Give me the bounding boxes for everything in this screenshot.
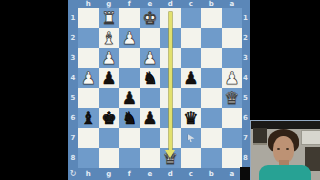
- file-label-d: d: [160, 0, 181, 8]
- white-rook-g1[interactable]: ♜: [99, 8, 120, 28]
- person-face: [273, 136, 294, 163]
- black-king-g6[interactable]: ♚: [99, 108, 120, 128]
- chess-board-block: hgfedcba 12345678 12345678 hgfedcba ↻ ♛♛…: [68, 0, 250, 180]
- square-e7[interactable]: [140, 128, 161, 148]
- file-label-h: h: [78, 168, 99, 180]
- rank-label-2: 2: [68, 28, 78, 48]
- square-h7[interactable]: [78, 128, 99, 148]
- square-h1[interactable]: [78, 8, 99, 28]
- square-b5[interactable]: [201, 88, 222, 108]
- board-corner-patch: [240, 167, 250, 180]
- square-g8[interactable]: [99, 148, 120, 168]
- file-label-f: f: [119, 0, 140, 8]
- square-c3[interactable]: [181, 48, 202, 68]
- square-e2[interactable]: [140, 28, 161, 48]
- white-pawn-h4[interactable]: ♟: [78, 68, 99, 88]
- square-h2[interactable]: [78, 28, 99, 48]
- square-b8[interactable]: [201, 148, 222, 168]
- file-label-e: e: [140, 168, 161, 180]
- rank-label-2: 2: [241, 28, 250, 48]
- file-labels-top: hgfedcba: [78, 0, 242, 8]
- square-b2[interactable]: [201, 28, 222, 48]
- file-labels-bottom: hgfedcba: [78, 168, 242, 180]
- file-label-f: f: [119, 168, 140, 180]
- square-c8[interactable]: [181, 148, 202, 168]
- webcam-shelf: [253, 128, 267, 145]
- file-label-c: c: [181, 0, 202, 8]
- file-label-a: a: [222, 0, 243, 8]
- square-a2[interactable]: [222, 28, 243, 48]
- square-a6[interactable]: [222, 108, 243, 128]
- move-arrow-line: [169, 12, 172, 150]
- rank-label-8: 8: [68, 148, 78, 168]
- rank-label-7: 7: [68, 128, 78, 148]
- square-b7[interactable]: [201, 128, 222, 148]
- rank-label-5: 5: [68, 88, 78, 108]
- square-b6[interactable]: [201, 108, 222, 128]
- video-frame: hgfedcba 12345678 12345678 hgfedcba ↻ ♛♛…: [0, 0, 320, 180]
- white-pawn-a4[interactable]: ♟: [222, 68, 243, 88]
- black-knight-e4[interactable]: ♞: [140, 68, 161, 88]
- white-pawn-f2[interactable]: ♟: [119, 28, 140, 48]
- black-pawn-f5[interactable]: ♟: [119, 88, 140, 108]
- person-shirt: [259, 165, 311, 180]
- square-c1[interactable]: [181, 8, 202, 28]
- file-label-e: e: [140, 0, 161, 8]
- square-a8[interactable]: [222, 148, 243, 168]
- webcam-wall-object: [301, 130, 320, 145]
- black-pawn-g4[interactable]: ♟: [99, 68, 120, 88]
- move-arrow-head: [165, 150, 175, 158]
- square-a1[interactable]: [222, 8, 243, 28]
- file-label-h: h: [78, 0, 99, 8]
- black-pawn-c4[interactable]: ♟: [181, 68, 202, 88]
- square-f1[interactable]: [119, 8, 140, 28]
- rank-label-1: 1: [241, 8, 250, 28]
- rank-label-4: 4: [68, 68, 78, 88]
- square-h5[interactable]: [78, 88, 99, 108]
- file-label-b: b: [201, 168, 222, 180]
- rank-label-4: 4: [241, 68, 250, 88]
- square-b1[interactable]: [201, 8, 222, 28]
- rank-labels-left: 12345678: [68, 8, 78, 168]
- white-pawn-g3[interactable]: ♟: [99, 48, 120, 68]
- black-pawn-e6[interactable]: ♟: [140, 108, 161, 128]
- square-a3[interactable]: [222, 48, 243, 68]
- white-bishop-g2[interactable]: ♝: [99, 28, 120, 48]
- square-c5[interactable]: [181, 88, 202, 108]
- rank-label-3: 3: [241, 48, 250, 68]
- file-label-g: g: [99, 168, 120, 180]
- square-g5[interactable]: [99, 88, 120, 108]
- file-label-b: b: [201, 0, 222, 8]
- black-bishop-h6[interactable]: ♝: [78, 108, 99, 128]
- rank-label-6: 6: [241, 108, 250, 128]
- file-label-d: d: [160, 168, 181, 180]
- rank-label-5: 5: [241, 88, 250, 108]
- square-e8[interactable]: [140, 148, 161, 168]
- square-f3[interactable]: [119, 48, 140, 68]
- black-knight-f6[interactable]: ♞: [119, 108, 140, 128]
- square-g7[interactable]: [99, 128, 120, 148]
- file-label-g: g: [99, 0, 120, 8]
- square-h8[interactable]: [78, 148, 99, 168]
- square-f8[interactable]: [119, 148, 140, 168]
- square-f7[interactable]: [119, 128, 140, 148]
- white-queen-a5[interactable]: ♛: [222, 88, 243, 108]
- square-e5[interactable]: [140, 88, 161, 108]
- square-a7[interactable]: [222, 128, 243, 148]
- rank-labels-right: 12345678: [241, 8, 250, 168]
- white-pawn-e3[interactable]: ♟: [140, 48, 161, 68]
- file-label-a: a: [222, 168, 243, 180]
- flip-board-icon[interactable]: ↻: [68, 168, 78, 180]
- file-label-c: c: [181, 168, 202, 180]
- square-b4[interactable]: [201, 68, 222, 88]
- rank-label-7: 7: [241, 128, 250, 148]
- webcam-overlay: [250, 120, 320, 180]
- black-queen-c6[interactable]: ♛: [181, 108, 202, 128]
- white-king-e1[interactable]: ♚: [140, 8, 161, 28]
- square-b3[interactable]: [201, 48, 222, 68]
- rank-label-3: 3: [68, 48, 78, 68]
- square-c2[interactable]: [181, 28, 202, 48]
- rank-label-1: 1: [68, 8, 78, 28]
- rank-label-8: 8: [241, 148, 250, 168]
- square-f4[interactable]: [119, 68, 140, 88]
- square-h3[interactable]: [78, 48, 99, 68]
- rank-label-6: 6: [68, 108, 78, 128]
